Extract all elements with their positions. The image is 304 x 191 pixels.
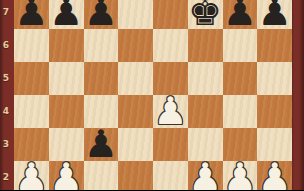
board-frame-right (292, 0, 304, 190)
square-h7[interactable]: ♟ (257, 0, 292, 29)
square-c3[interactable]: ♟ (84, 128, 119, 161)
square-d6[interactable] (118, 29, 153, 62)
black-pawn[interactable]: ♟ (84, 125, 118, 163)
square-e4[interactable]: ♟ (153, 95, 188, 128)
white-pawn[interactable]: ♟ (258, 158, 292, 190)
square-d5[interactable] (118, 62, 153, 95)
square-d2[interactable] (118, 161, 153, 191)
square-c5[interactable] (84, 62, 119, 95)
square-a4[interactable] (14, 95, 49, 128)
black-king[interactable]: ♚ (188, 0, 222, 31)
square-f7[interactable]: ♚ (188, 0, 223, 29)
rank-label-2: 2 (0, 161, 12, 191)
rank-label-3: 3 (0, 128, 12, 161)
square-b4[interactable] (49, 95, 84, 128)
square-g7[interactable]: ♟ (223, 0, 258, 29)
rank-label-4: 4 (0, 95, 12, 128)
white-pawn[interactable]: ♟ (49, 158, 83, 190)
square-b5[interactable] (49, 62, 84, 95)
board-frame-left: 765432 (0, 0, 14, 190)
chess-board[interactable]: ♟♟♟♚♟♟♟♟♟♟♟♟♟ (14, 0, 292, 190)
square-h4[interactable] (257, 95, 292, 128)
square-b2[interactable]: ♟ (49, 161, 84, 191)
square-e6[interactable] (153, 29, 188, 62)
white-pawn[interactable]: ♟ (223, 158, 257, 190)
square-c7[interactable]: ♟ (84, 0, 119, 29)
white-pawn[interactable]: ♟ (153, 92, 187, 130)
black-pawn[interactable]: ♟ (14, 0, 48, 31)
black-pawn[interactable]: ♟ (49, 0, 83, 31)
square-g4[interactable] (223, 95, 258, 128)
square-a5[interactable] (14, 62, 49, 95)
square-f5[interactable] (188, 62, 223, 95)
white-pawn[interactable]: ♟ (188, 158, 222, 190)
rank-label-5: 5 (0, 62, 12, 95)
square-f4[interactable] (188, 95, 223, 128)
chess-diagram: ♟♟♟♚♟♟♟♟♟♟♟♟♟ 765432 (0, 0, 304, 190)
black-pawn[interactable]: ♟ (84, 0, 118, 31)
square-a2[interactable]: ♟ (14, 161, 49, 191)
square-d4[interactable] (118, 95, 153, 128)
square-f2[interactable]: ♟ (188, 161, 223, 191)
square-g5[interactable] (223, 62, 258, 95)
square-h5[interactable] (257, 62, 292, 95)
square-b7[interactable]: ♟ (49, 0, 84, 29)
square-a7[interactable]: ♟ (14, 0, 49, 29)
square-d3[interactable] (118, 128, 153, 161)
rank-label-7: 7 (0, 0, 12, 29)
square-e7[interactable] (153, 0, 188, 29)
square-h2[interactable]: ♟ (257, 161, 292, 191)
black-pawn[interactable]: ♟ (223, 0, 257, 31)
square-d7[interactable] (118, 0, 153, 29)
white-pawn[interactable]: ♟ (14, 158, 48, 190)
black-pawn[interactable]: ♟ (258, 0, 292, 31)
square-e2[interactable] (153, 161, 188, 191)
rank-label-6: 6 (0, 29, 12, 62)
square-g2[interactable]: ♟ (223, 161, 258, 191)
